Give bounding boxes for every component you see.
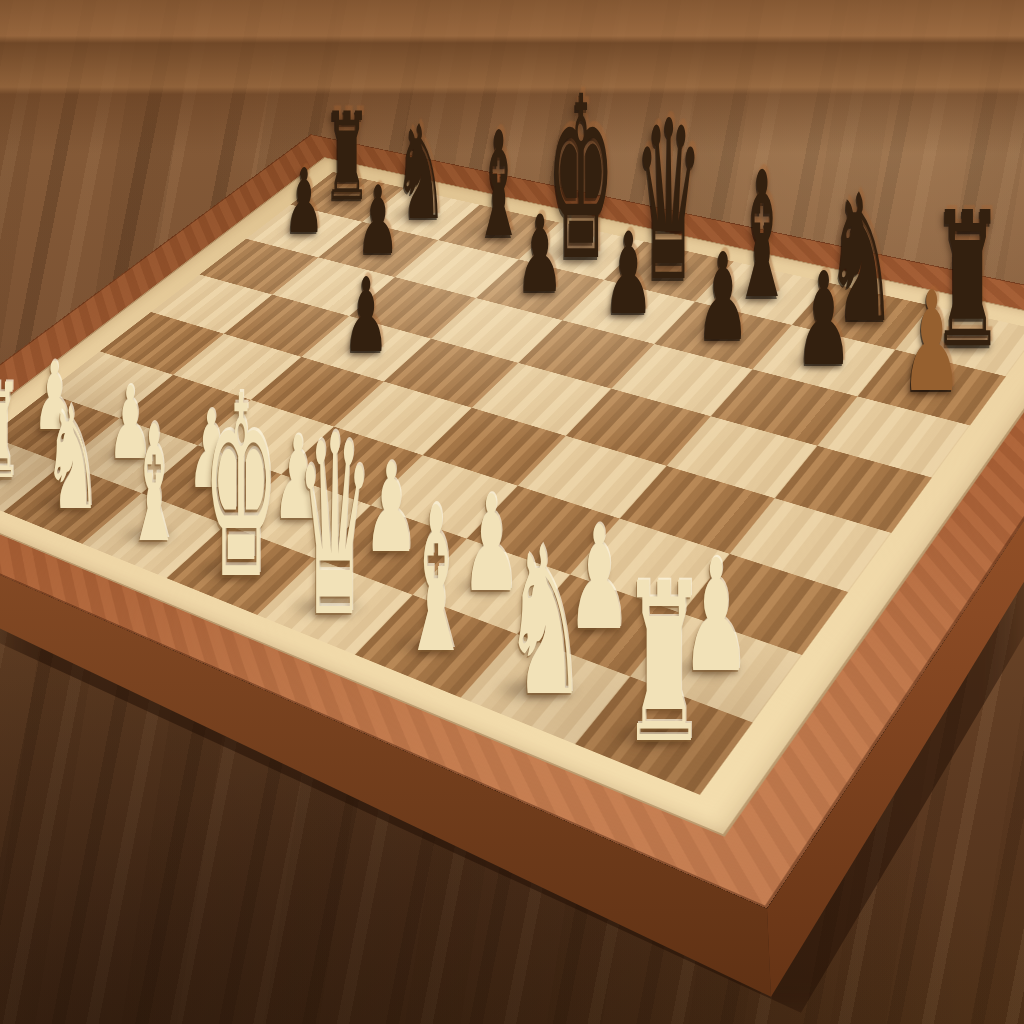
queen-glyph: ♛ <box>296 404 373 652</box>
piece-black-pawn-a7[interactable]: ♟ <box>932 386 994 455</box>
bishop-glyph: ♝ <box>126 405 181 565</box>
knight-glyph: ♞ <box>44 388 102 529</box>
pawn-glyph: ♟ <box>603 219 654 332</box>
pawn-glyph: ♟ <box>357 172 399 266</box>
knight-glyph: ♞ <box>394 108 447 238</box>
piece-black-pawn-h7[interactable]: ♟ <box>304 230 344 275</box>
piece-white-bishop-c1[interactable]: ♝ <box>436 645 505 722</box>
piece-black-knight-g8[interactable]: ♞ <box>421 213 474 272</box>
pawn-glyph: ♟ <box>696 237 750 358</box>
scene: ♜♞♟♝♟♚♛♟♝♟♞♟♜♟♟♟♟♟♜♟♞♟♝♟♚♟♛♟♝♟♞♜ <box>0 0 1024 1024</box>
piece-white-pawn-a2[interactable]: ♟ <box>716 666 786 744</box>
knight-glyph: ♞ <box>504 522 587 726</box>
piece-black-pawn-d7[interactable]: ♟ <box>629 311 680 368</box>
pawn-glyph: ♟ <box>284 158 324 247</box>
pawn-glyph: ♟ <box>901 275 963 413</box>
piece-black-pawn-c7[interactable]: ♟ <box>723 335 777 395</box>
piece-white-rook-h1[interactable]: ♜ <box>0 473 47 530</box>
piece-black-pawn-e7[interactable]: ♟ <box>540 289 588 342</box>
pawn-glyph: ♟ <box>795 255 853 384</box>
king-glyph: ♚ <box>204 366 279 616</box>
piece-white-knight-b1[interactable]: ♞ <box>545 687 628 780</box>
rook-glyph: ♜ <box>0 367 22 498</box>
pawn-glyph: ♟ <box>516 203 564 309</box>
piece-white-rook-a1[interactable]: ♜ <box>664 734 750 830</box>
piece-white-queen-d1[interactable]: ♛ <box>335 605 412 691</box>
piece-black-pawn-b7[interactable]: ♟ <box>824 360 882 424</box>
piece-white-bishop-f1[interactable]: ♝ <box>154 534 209 595</box>
rook-glyph: ♜ <box>621 555 707 775</box>
piece-white-knight-g1[interactable]: ♞ <box>72 503 130 567</box>
bishop-glyph: ♝ <box>401 483 470 682</box>
pawn-glyph: ♟ <box>343 265 389 368</box>
